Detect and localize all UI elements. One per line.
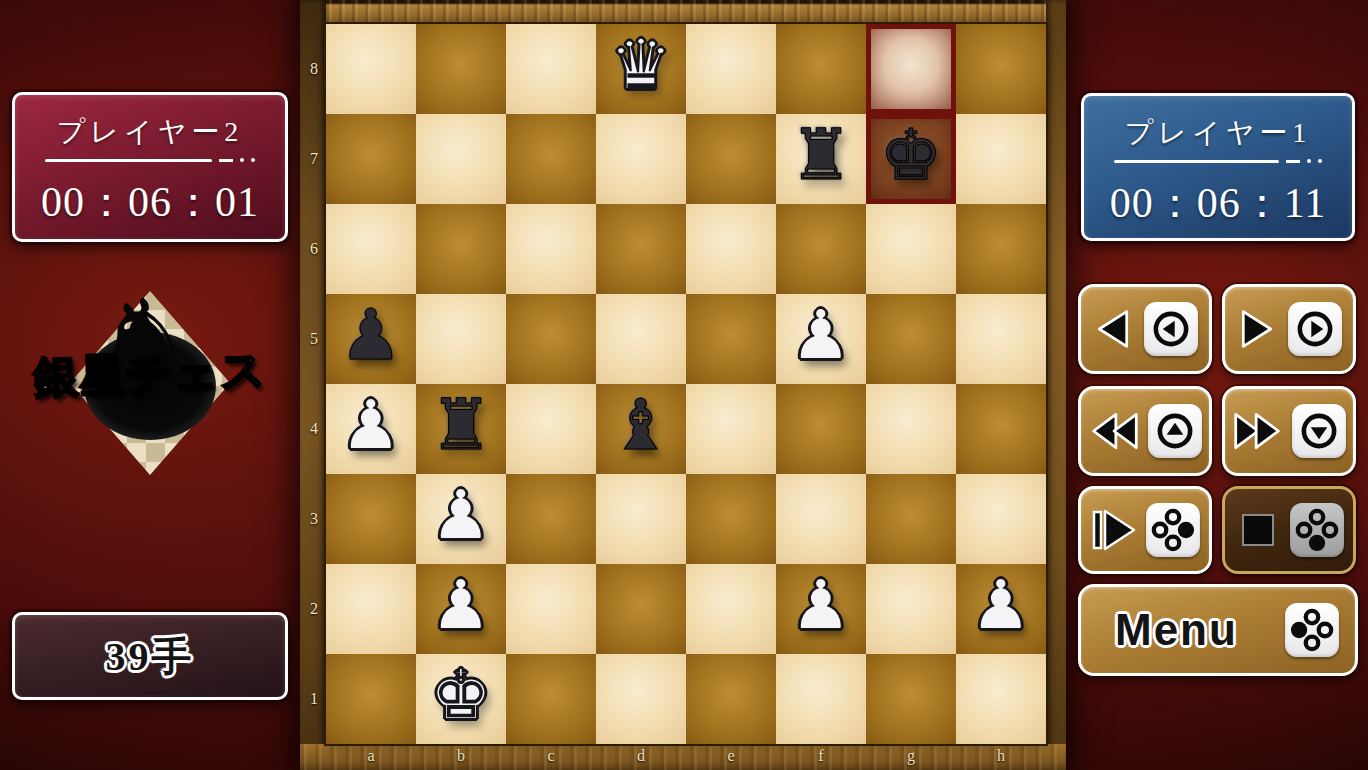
square-c5[interactable] — [506, 294, 596, 384]
square-a7[interactable] — [326, 114, 416, 204]
square-h4[interactable] — [956, 384, 1046, 474]
black-king[interactable]: ♚ — [880, 120, 943, 190]
left-arrow-icon — [1092, 305, 1134, 353]
board-frame-right — [1046, 0, 1066, 770]
double-left-arrow-icon — [1088, 407, 1140, 455]
white-pawn[interactable]: ♟ — [430, 570, 493, 640]
right-arrow-icon — [1236, 305, 1278, 353]
square-h6[interactable] — [956, 204, 1046, 294]
square-g6[interactable] — [866, 204, 956, 294]
dpad-right-button-icon — [1288, 302, 1342, 356]
square-b8[interactable] — [416, 24, 506, 114]
dpad-left-button-icon — [1144, 302, 1198, 356]
name-underline — [45, 158, 255, 162]
menu-label: Menu — [1115, 605, 1238, 655]
square-g1[interactable] — [866, 654, 956, 744]
board-frame-bottom — [300, 744, 1066, 770]
square-f4[interactable] — [776, 384, 866, 474]
square-h5[interactable] — [956, 294, 1046, 384]
square-a1[interactable] — [326, 654, 416, 744]
name-underline — [1114, 159, 1322, 163]
square-e3[interactable] — [686, 474, 776, 564]
square-g3[interactable] — [866, 474, 956, 564]
black-bishop[interactable]: ♝ — [610, 390, 673, 460]
play-icon — [1090, 506, 1138, 554]
square-h2[interactable]: ♟ — [956, 564, 1046, 654]
b-button-icon — [1290, 503, 1344, 557]
square-g4[interactable] — [866, 384, 956, 474]
board-frame-left — [300, 0, 326, 770]
square-c7[interactable] — [506, 114, 596, 204]
black-rook[interactable]: ♜ — [430, 390, 493, 460]
white-pawn[interactable]: ♟ — [340, 390, 403, 460]
square-c1[interactable] — [506, 654, 596, 744]
step-forward-button[interactable] — [1222, 284, 1356, 374]
dpad-up-button-icon — [1148, 404, 1202, 458]
fast-forward-button[interactable] — [1222, 386, 1356, 476]
square-f8[interactable] — [776, 24, 866, 114]
square-a5[interactable]: ♟ — [326, 294, 416, 384]
white-pawn[interactable]: ♟ — [970, 570, 1033, 640]
square-g2[interactable] — [866, 564, 956, 654]
stop-icon — [1234, 506, 1282, 554]
square-d5[interactable] — [596, 294, 686, 384]
black-rook[interactable]: ♜ — [790, 120, 853, 190]
square-d6[interactable] — [596, 204, 686, 294]
double-right-arrow-icon — [1232, 407, 1284, 455]
square-a6[interactable] — [326, 204, 416, 294]
menu-button[interactable]: Menu — [1078, 584, 1358, 676]
square-d3[interactable] — [596, 474, 686, 564]
board-frame: ♛♜♚♟♟♟♜♝♟♟♟♟♚ 87654321abcdefgh — [300, 0, 1066, 770]
square-f1[interactable] — [776, 654, 866, 744]
black-pawn[interactable]: ♟ — [340, 300, 403, 370]
square-h8[interactable] — [956, 24, 1046, 114]
move-counter: 39手 — [106, 629, 195, 684]
square-f5[interactable]: ♟ — [776, 294, 866, 384]
y-button-icon — [1285, 603, 1339, 657]
white-pawn[interactable]: ♟ — [430, 480, 493, 550]
square-a2[interactable] — [326, 564, 416, 654]
white-pawn[interactable]: ♟ — [790, 300, 853, 370]
square-e6[interactable] — [686, 204, 776, 294]
square-d4[interactable]: ♝ — [596, 384, 686, 474]
stop-button — [1222, 486, 1356, 574]
square-e1[interactable] — [686, 654, 776, 744]
auto-play-button[interactable] — [1078, 486, 1212, 574]
square-c3[interactable] — [506, 474, 596, 564]
square-d8[interactable]: ♛ — [596, 24, 686, 114]
player1-name: プレイヤー1 — [1108, 114, 1328, 152]
square-c8[interactable] — [506, 24, 596, 114]
square-e2[interactable] — [686, 564, 776, 654]
square-a3[interactable] — [326, 474, 416, 564]
square-d2[interactable] — [596, 564, 686, 654]
square-f6[interactable] — [776, 204, 866, 294]
square-d1[interactable] — [596, 654, 686, 744]
square-g8[interactable] — [866, 24, 956, 114]
square-b7[interactable] — [416, 114, 506, 204]
white-queen[interactable]: ♛ — [610, 30, 673, 100]
square-b1[interactable]: ♚ — [416, 654, 506, 744]
square-f2[interactable]: ♟ — [776, 564, 866, 654]
player1-time: 00：06：11 — [1084, 175, 1352, 231]
square-a8[interactable] — [326, 24, 416, 114]
dpad-down-button-icon — [1292, 404, 1346, 458]
square-g5[interactable] — [866, 294, 956, 384]
square-g7[interactable]: ♚ — [866, 114, 956, 204]
square-b4[interactable]: ♜ — [416, 384, 506, 474]
square-h1[interactable] — [956, 654, 1046, 744]
step-back-button[interactable] — [1078, 284, 1212, 374]
square-b2[interactable]: ♟ — [416, 564, 506, 654]
square-h7[interactable] — [956, 114, 1046, 204]
square-c6[interactable] — [506, 204, 596, 294]
square-e8[interactable] — [686, 24, 776, 114]
square-a4[interactable]: ♟ — [326, 384, 416, 474]
square-f3[interactable] — [776, 474, 866, 564]
square-b5[interactable] — [416, 294, 506, 384]
player2-clock-panel: プレイヤー2 00：06：01 — [12, 92, 288, 242]
board-grid: ♛♜♚♟♟♟♜♝♟♟♟♟♚ — [326, 24, 1046, 744]
player2-name: プレイヤー2 — [39, 113, 261, 151]
a-button-icon — [1146, 503, 1200, 557]
board-frame-top — [300, 0, 1066, 24]
move-counter-panel: 39手 — [12, 612, 288, 700]
white-pawn[interactable]: ♟ — [790, 570, 853, 640]
logo-title: 銀星チェス — [7, 339, 293, 409]
square-e5[interactable] — [686, 294, 776, 384]
square-b6[interactable] — [416, 204, 506, 294]
square-h3[interactable] — [956, 474, 1046, 564]
square-c2[interactable] — [506, 564, 596, 654]
game-screen: ♛♜♚♟♟♟♜♝♟♟♟♟♚ 87654321abcdefgh プレイヤー2 00… — [0, 0, 1368, 770]
square-e7[interactable] — [686, 114, 776, 204]
square-f7[interactable]: ♜ — [776, 114, 866, 204]
square-b3[interactable]: ♟ — [416, 474, 506, 564]
square-d7[interactable] — [596, 114, 686, 204]
white-king[interactable]: ♚ — [430, 660, 493, 730]
player2-time: 00：06：01 — [15, 174, 285, 230]
square-e4[interactable] — [686, 384, 776, 474]
rewind-button[interactable] — [1078, 386, 1212, 476]
player1-clock-panel: プレイヤー1 00：06：11 — [1081, 93, 1355, 241]
square-c4[interactable] — [506, 384, 596, 474]
